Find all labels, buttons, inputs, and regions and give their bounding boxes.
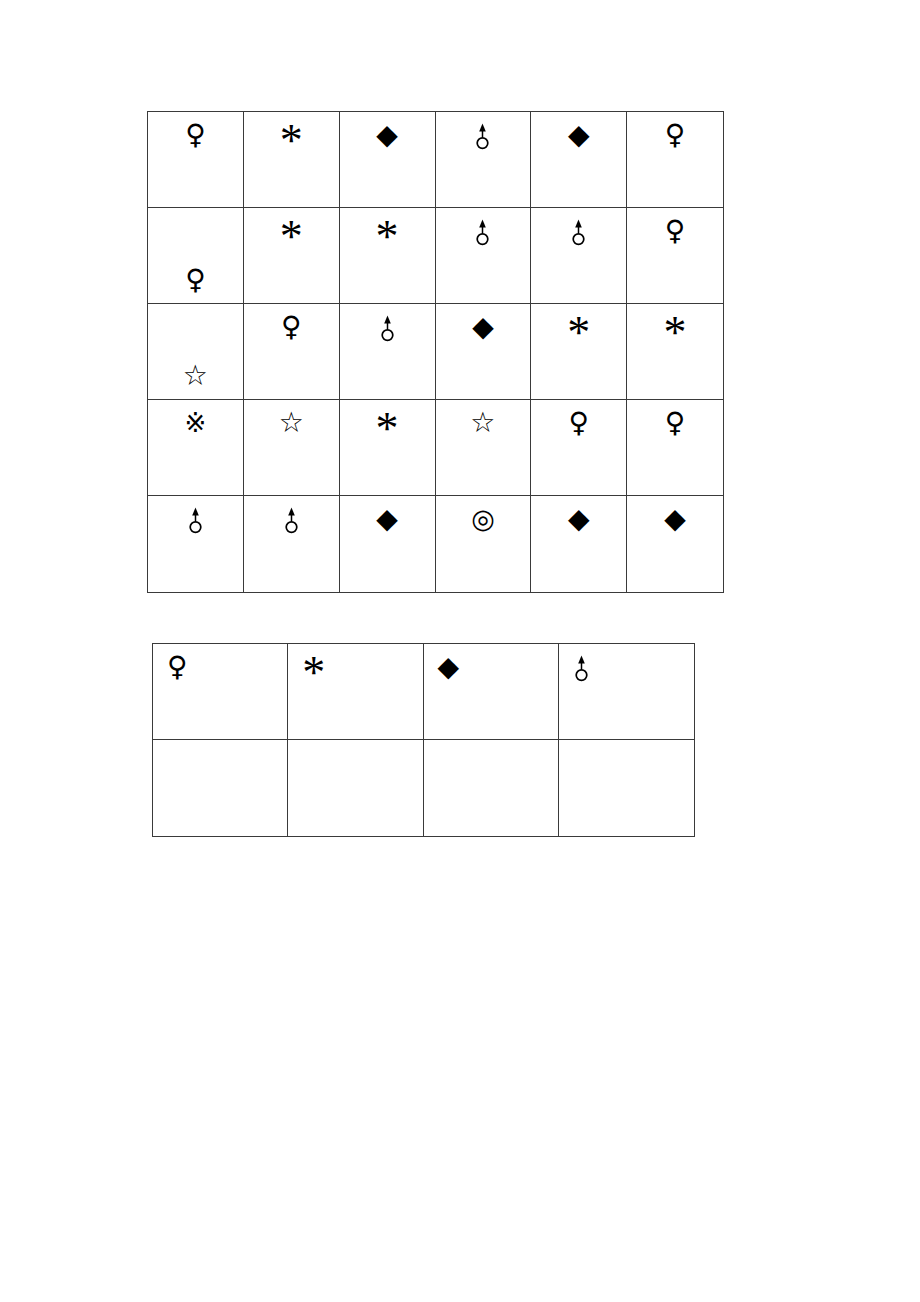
table2-cell-r2c1 — [153, 740, 288, 836]
circle-with-up-arrow-icon — [379, 313, 396, 342]
table2-cell-r2c2 — [288, 740, 423, 836]
table1-cell-r2c2: * — [244, 208, 340, 304]
circle-with-up-arrow-icon — [573, 653, 590, 682]
table1-cell-r4c3: * — [340, 400, 436, 496]
circle-with-up-arrow-icon — [474, 217, 491, 246]
table1-cell-r3c6: * — [627, 304, 723, 400]
table1-cell-r5c1 — [148, 496, 244, 592]
asterisk-icon: * — [376, 223, 399, 251]
reference-mark-icon: ※ — [185, 409, 207, 437]
table1-cell-r4c1: ※ — [148, 400, 244, 496]
venus-sign-icon: ♀ — [665, 121, 686, 149]
venus-sign-icon: ♀ — [665, 217, 686, 245]
table1-cell-r4c6: ♀ — [627, 400, 723, 496]
venus-sign-icon: ♀ — [185, 266, 206, 294]
table1-cell-r1c5: ◆ — [531, 112, 627, 208]
circle-with-up-arrow-icon — [474, 121, 491, 150]
venus-sign-icon: ♀ — [281, 313, 302, 341]
symbol-table-small: ♀*◆ — [152, 643, 695, 837]
table1-cell-r1c4 — [436, 112, 532, 208]
asterisk-icon: * — [567, 319, 590, 347]
table1-cell-r2c4 — [436, 208, 532, 304]
table1-cell-r3c3 — [340, 304, 436, 400]
asterisk-icon: * — [280, 223, 303, 251]
table2-cell-r2c4 — [559, 740, 694, 836]
table1-cell-r1c2: * — [244, 112, 340, 208]
table1-cell-r1c6: ♀ — [627, 112, 723, 208]
venus-sign-icon: ♀ — [568, 409, 589, 437]
circle-with-up-arrow-icon — [570, 217, 587, 246]
table1-cell-r3c4: ◆ — [436, 304, 532, 400]
white-star-icon: ☆ — [470, 409, 495, 437]
black-diamond-icon: ◆ — [472, 313, 494, 341]
table1-cell-r3c1: ☆ — [148, 304, 244, 400]
table1-cell-r3c2: ♀ — [244, 304, 340, 400]
table1-cell-r2c3: * — [340, 208, 436, 304]
circle-with-up-arrow-icon — [187, 505, 204, 534]
table1-cell-r5c5: ◆ — [531, 496, 627, 592]
table1-cell-r4c5: ♀ — [531, 400, 627, 496]
table2-cell-r1c1: ♀ — [153, 644, 288, 740]
black-diamond-icon: ◆ — [376, 505, 398, 533]
venus-sign-icon: ♀ — [665, 409, 686, 437]
black-diamond-icon: ◆ — [438, 653, 460, 681]
table1-cell-r4c2: ☆ — [244, 400, 340, 496]
white-star-icon: ☆ — [279, 409, 304, 437]
table1-cell-r5c3: ◆ — [340, 496, 436, 592]
table1-cell-r5c2 — [244, 496, 340, 592]
black-diamond-icon: ◆ — [568, 121, 590, 149]
table2-cell-r1c4 — [559, 644, 694, 740]
black-diamond-icon: ◆ — [664, 505, 686, 533]
table1-cell-r1c1: ♀ — [148, 112, 244, 208]
table1-cell-r3c5: * — [531, 304, 627, 400]
table2-cell-r1c2: * — [288, 644, 423, 740]
symbol-table-main: ♀*◆◆♀♀**♀☆♀◆**※☆*☆♀♀◆◎◆◆ — [147, 111, 724, 593]
table2-cell-r1c3: ◆ — [424, 644, 559, 740]
asterisk-icon: * — [664, 319, 687, 347]
table1-cell-r5c6: ◆ — [627, 496, 723, 592]
black-diamond-icon: ◆ — [376, 121, 398, 149]
asterisk-icon: * — [376, 415, 399, 443]
asterisk-icon: * — [280, 127, 303, 155]
table2-cell-r2c3 — [424, 740, 559, 836]
table1-cell-r5c4: ◎ — [436, 496, 532, 592]
document-page: ♀*◆◆♀♀**♀☆♀◆**※☆*☆♀♀◆◎◆◆ ♀*◆ — [0, 0, 920, 1302]
table1-cell-r1c3: ◆ — [340, 112, 436, 208]
table1-cell-r2c1: ♀ — [148, 208, 244, 304]
table1-cell-r4c4: ☆ — [436, 400, 532, 496]
venus-sign-icon: ♀ — [185, 121, 206, 149]
table1-cell-r2c5 — [531, 208, 627, 304]
venus-sign-icon: ♀ — [167, 653, 188, 681]
circle-with-up-arrow-icon — [283, 505, 300, 534]
asterisk-icon: * — [302, 659, 325, 687]
white-star-icon: ☆ — [183, 362, 208, 390]
black-diamond-icon: ◆ — [568, 505, 590, 533]
table1-cell-r2c6: ♀ — [627, 208, 723, 304]
bullseye-icon: ◎ — [471, 505, 495, 533]
